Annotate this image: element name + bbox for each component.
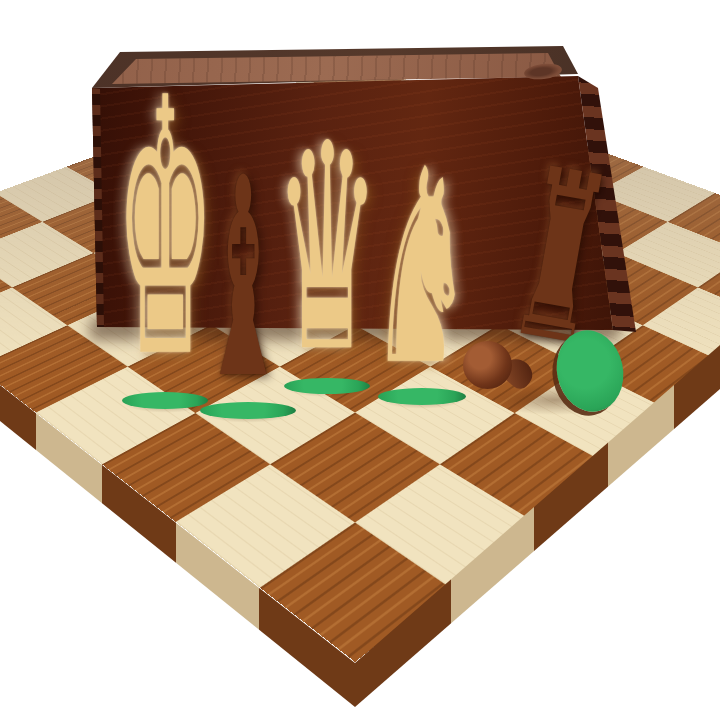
dark-bishop: ♝ xyxy=(203,224,283,416)
product-photo: ♚ ♝ ♛ ♞ ♜ xyxy=(0,0,720,720)
dark-bishop-glyph: ♝ xyxy=(199,142,288,417)
white-queen: ♛ xyxy=(281,191,373,391)
white-knight-glyph: ♞ xyxy=(369,134,474,403)
white-king: ♚ xyxy=(121,156,209,406)
white-queen-glyph: ♛ xyxy=(275,106,380,391)
white-knight: ♞ xyxy=(375,214,468,402)
